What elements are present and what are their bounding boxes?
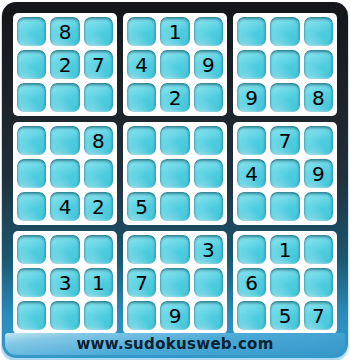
cell-r1c8[interactable] (270, 17, 299, 46)
cell-r2c5[interactable] (160, 50, 189, 79)
sudoku-box-2-2: 5 (123, 122, 227, 225)
sudoku-box-1-2: 1492 (123, 13, 227, 116)
sudoku-box-1-1: 827 (13, 13, 117, 116)
cell-r2c1[interactable] (17, 50, 46, 79)
website-link[interactable]: www.sudokusweb.com (76, 335, 273, 353)
cell-r3c9: 8 (304, 83, 333, 112)
cell-r3c3[interactable] (84, 83, 113, 112)
sudoku-box-2-3: 749 (233, 122, 337, 225)
cell-r5c2[interactable] (50, 159, 79, 188)
cell-r7c7[interactable] (237, 235, 266, 264)
cell-r6c7[interactable] (237, 192, 266, 221)
cell-r1c7[interactable] (237, 17, 266, 46)
cell-r8c1[interactable] (17, 268, 46, 297)
cell-r5c7: 4 (237, 159, 266, 188)
footer: www.sudokusweb.com (5, 333, 345, 355)
cell-r3c8[interactable] (270, 83, 299, 112)
cell-r9c9: 7 (304, 301, 333, 330)
cell-r7c3[interactable] (84, 235, 113, 264)
cell-r9c5: 9 (160, 301, 189, 330)
cell-r9c3[interactable] (84, 301, 113, 330)
cell-r5c8[interactable] (270, 159, 299, 188)
cell-r6c2: 4 (50, 192, 79, 221)
cell-r4c5[interactable] (160, 126, 189, 155)
cell-r1c9[interactable] (304, 17, 333, 46)
cell-r4c2[interactable] (50, 126, 79, 155)
cell-r2c8[interactable] (270, 50, 299, 79)
cell-r6c4: 5 (127, 192, 156, 221)
cell-r2c3: 7 (84, 50, 113, 79)
cell-r5c6[interactable] (194, 159, 223, 188)
cell-r1c2: 8 (50, 17, 79, 46)
cell-r4c6[interactable] (194, 126, 223, 155)
cell-r5c5[interactable] (160, 159, 189, 188)
cell-r9c6[interactable] (194, 301, 223, 330)
cell-r9c1[interactable] (17, 301, 46, 330)
cell-r8c4: 7 (127, 268, 156, 297)
cell-r4c9[interactable] (304, 126, 333, 155)
cell-r7c9[interactable] (304, 235, 333, 264)
cell-r6c3: 2 (84, 192, 113, 221)
cell-r7c4[interactable] (127, 235, 156, 264)
cell-r1c5: 1 (160, 17, 189, 46)
cell-r9c2[interactable] (50, 301, 79, 330)
cell-r5c3[interactable] (84, 159, 113, 188)
cell-r3c4[interactable] (127, 83, 156, 112)
sudoku-box-3-2: 379 (123, 231, 227, 334)
sudoku-box-3-1: 31 (13, 231, 117, 334)
cell-r3c6[interactable] (194, 83, 223, 112)
cell-r4c1[interactable] (17, 126, 46, 155)
cell-r6c5[interactable] (160, 192, 189, 221)
cell-r6c6[interactable] (194, 192, 223, 221)
sudoku-grid: 8271492988425749313791657 (13, 13, 337, 334)
cell-r7c6: 3 (194, 235, 223, 264)
cell-r1c3[interactable] (84, 17, 113, 46)
cell-r6c1[interactable] (17, 192, 46, 221)
sudoku-box-2-1: 842 (13, 122, 117, 225)
cell-r5c4[interactable] (127, 159, 156, 188)
cell-r3c7: 9 (237, 83, 266, 112)
cell-r8c8[interactable] (270, 268, 299, 297)
cell-r2c6: 9 (194, 50, 223, 79)
cell-r8c3: 1 (84, 268, 113, 297)
sudoku-box-3-3: 1657 (233, 231, 337, 334)
cell-r2c7[interactable] (237, 50, 266, 79)
sudoku-box-1-3: 98 (233, 13, 337, 116)
cell-r7c2[interactable] (50, 235, 79, 264)
cell-r8c7: 6 (237, 268, 266, 297)
cell-r5c1[interactable] (17, 159, 46, 188)
cell-r2c4: 4 (127, 50, 156, 79)
cell-r6c8[interactable] (270, 192, 299, 221)
cell-r7c8: 1 (270, 235, 299, 264)
sudoku-board: 8271492988425749313791657 www.sudokusweb… (2, 2, 348, 358)
cell-r4c3: 8 (84, 126, 113, 155)
cell-r1c4[interactable] (127, 17, 156, 46)
cell-r8c6[interactable] (194, 268, 223, 297)
cell-r3c5: 2 (160, 83, 189, 112)
cell-r9c7[interactable] (237, 301, 266, 330)
cell-r1c1[interactable] (17, 17, 46, 46)
cell-r2c9[interactable] (304, 50, 333, 79)
cell-r1c6[interactable] (194, 17, 223, 46)
cell-r8c2: 3 (50, 268, 79, 297)
cell-r9c8: 5 (270, 301, 299, 330)
cell-r4c7[interactable] (237, 126, 266, 155)
cell-r2c2: 2 (50, 50, 79, 79)
cell-r8c5[interactable] (160, 268, 189, 297)
cell-r3c2[interactable] (50, 83, 79, 112)
cell-r8c9[interactable] (304, 268, 333, 297)
cell-r3c1[interactable] (17, 83, 46, 112)
cell-r6c9[interactable] (304, 192, 333, 221)
cell-r7c1[interactable] (17, 235, 46, 264)
cell-r4c4[interactable] (127, 126, 156, 155)
cell-r4c8: 7 (270, 126, 299, 155)
cell-r9c4[interactable] (127, 301, 156, 330)
cell-r7c5[interactable] (160, 235, 189, 264)
cell-r5c9: 9 (304, 159, 333, 188)
